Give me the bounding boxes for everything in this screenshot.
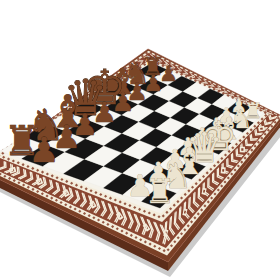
piece-white-rook-a1: ♜ [144,172,174,211]
piece-black-pawn-a7: ♟ [28,130,59,170]
chess-board: ♜♟♞♟♝♟♚♟♟♛♜♟♟♝♞♟♟♞♝♟♟♚♜♟♟♛♟♝♟♞♟♜ [0,0,280,280]
product-photo: ♜♟♞♟♝♟♚♟♟♛♜♟♟♝♞♟♟♞♝♟♟♚♜♟♟♛♟♝♟♞♟♜ [0,0,280,280]
